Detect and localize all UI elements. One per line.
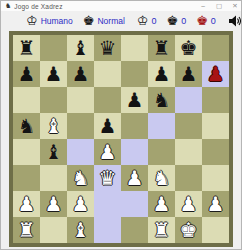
square-e7[interactable] [121,61,148,87]
square-a6[interactable] [13,87,40,113]
square-d6[interactable] [94,87,121,113]
piece-white-queen: ♛ [94,165,121,191]
chess-app-window: ♞ Jogo de Xadrez – ▢ ✕ ♔ Humano ♚ Normal… [0,0,242,250]
square-c1[interactable]: ♝ [67,217,94,243]
piece-white-pawn: ♟ [175,191,202,217]
square-c3[interactable]: ♞ [67,165,94,191]
square-a7[interactable]: ♟ [13,61,40,87]
piece-black-pawn: ♟ [13,61,40,87]
square-c4[interactable] [67,139,94,165]
window-title: Jogo de Xadrez [14,3,195,10]
piece-white-knight: ♞ [67,165,94,191]
piece-white-king: ♚ [175,217,202,243]
square-h3[interactable] [202,165,229,191]
square-a4[interactable] [13,139,40,165]
square-d8[interactable]: ♛ [94,35,121,61]
black-player-mode-label[interactable]: Normal [97,16,124,26]
square-h5[interactable] [202,113,229,139]
piece-black-pawn: ♟ [148,61,175,87]
square-e4[interactable] [121,139,148,165]
piece-black-king: ♚ [175,35,202,61]
piece-black-rook: ♜ [148,35,175,61]
piece-white-pawn: ♟ [67,191,94,217]
square-c8[interactable]: ♝ [67,35,94,61]
square-h7[interactable]: ♟ [202,61,229,87]
square-f3[interactable]: ♞ [148,165,175,191]
square-a5[interactable]: ♞ [13,113,40,139]
piece-black-pawn: ♟ [121,87,148,113]
square-b5[interactable]: ♝ [40,113,67,139]
square-f2[interactable]: ♟ [148,191,175,217]
white-player-mode-label[interactable]: Humano [41,16,73,26]
square-h1[interactable] [202,217,229,243]
square-f5[interactable] [148,113,175,139]
square-b7[interactable]: ♟ [40,61,67,87]
piece-white-bishop: ♝ [67,217,94,243]
square-f7[interactable]: ♟ [148,61,175,87]
square-b2[interactable]: ♟ [40,191,67,217]
square-c7[interactable]: ♟ [67,61,94,87]
piece-white-pawn: ♟ [148,191,175,217]
close-button[interactable]: ✕ [227,1,242,11]
piece-black-pawn: ♟ [40,61,67,87]
square-e8[interactable] [121,35,148,61]
piece-black-knight: ♞ [148,87,175,113]
piece-white-pawn: ♟ [40,191,67,217]
square-e3[interactable]: ♟ [121,165,148,191]
square-d2[interactable] [94,191,121,217]
piece-white-pawn: ♟ [121,165,148,191]
square-f6[interactable]: ♞ [148,87,175,113]
square-d7[interactable] [94,61,121,87]
square-c2[interactable]: ♟ [67,191,94,217]
square-f8[interactable]: ♜ [148,35,175,61]
square-a8[interactable]: ♜ [13,35,40,61]
title-bar: ♞ Jogo de Xadrez – ▢ ✕ [1,1,242,11]
red-threat-count-icon: ♚ [196,11,208,31]
square-g6[interactable] [175,87,202,113]
black-king-icon[interactable]: ♚ [83,11,95,31]
piece-black-pawn: ♟ [94,113,121,139]
square-b6[interactable] [40,87,67,113]
minimize-button[interactable]: – [195,1,211,11]
square-d3[interactable]: ♛ [94,165,121,191]
square-g2[interactable]: ♟ [175,191,202,217]
square-a3[interactable] [13,165,40,191]
board: ♜♝♛♜♚♟♟♟♟♟♟♟♞♞♝♟♝♟♞♛♟♞♟♟♟♟♟♟♜♝♜♚ [13,35,229,243]
square-h6[interactable] [202,87,229,113]
white-captured-count-icon: ♔ [137,11,149,31]
piece-black-pawn: ♟ [175,61,202,87]
piece-white-knight: ♞ [148,165,175,191]
piece-red-pawn: ♟ [202,61,229,87]
square-a2[interactable]: ♟ [13,191,40,217]
app-knight-icon: ♞ [5,1,11,11]
square-e6[interactable]: ♟ [121,87,148,113]
square-a1[interactable]: ♜ [13,217,40,243]
piece-white-pawn: ♟ [13,191,40,217]
square-g5[interactable] [175,113,202,139]
piece-black-knight: ♞ [13,113,40,139]
speaker-icon [229,15,242,27]
piece-white-bishop: ♝ [40,113,67,139]
square-g3[interactable] [175,165,202,191]
black-captured-count: 0 [181,16,186,26]
square-e1[interactable] [121,217,148,243]
square-h2[interactable]: ♟ [202,191,229,217]
square-b8[interactable] [40,35,67,61]
maximize-button[interactable]: ▢ [211,1,227,11]
square-b3[interactable] [40,165,67,191]
piece-black-bishop: ♝ [40,139,67,165]
square-f1[interactable]: ♜ [148,217,175,243]
piece-black-bishop: ♝ [67,35,94,61]
piece-white-pawn: ♟ [94,139,121,165]
board-frame: ♜♝♛♜♚♟♟♟♟♟♟♟♞♞♝♟♝♟♞♛♟♞♟♟♟♟♟♟♜♝♜♚ [9,31,233,247]
square-d5[interactable]: ♟ [94,113,121,139]
square-c5[interactable] [67,113,94,139]
white-king-icon[interactable]: ♔ [26,11,38,31]
square-h8[interactable] [202,35,229,61]
piece-white-rook: ♜ [148,217,175,243]
square-f4[interactable] [148,139,175,165]
square-g8[interactable]: ♚ [175,35,202,61]
toolbar: ♔ Humano ♚ Normal ♔ 0 ♚ 0 ♚ 0 [1,11,242,31]
square-d4[interactable]: ♟ [94,139,121,165]
square-e5[interactable] [121,113,148,139]
sound-toggle-button[interactable] [229,15,242,27]
square-b1[interactable] [40,217,67,243]
square-h4[interactable] [202,139,229,165]
red-threat-count: 0 [211,16,216,26]
piece-black-pawn: ♟ [67,61,94,87]
square-g1[interactable]: ♚ [175,217,202,243]
square-c6[interactable] [67,87,94,113]
piece-white-rook: ♜ [13,217,40,243]
square-g7[interactable]: ♟ [175,61,202,87]
square-e2[interactable] [121,191,148,217]
square-g4[interactable] [175,139,202,165]
piece-black-rook: ♜ [13,35,40,61]
black-captured-count-icon: ♚ [167,11,179,31]
square-b4[interactable]: ♝ [40,139,67,165]
square-d1[interactable] [94,217,121,243]
piece-white-pawn: ♟ [202,191,229,217]
piece-black-queen: ♛ [94,35,121,61]
white-captured-count: 0 [152,16,157,26]
